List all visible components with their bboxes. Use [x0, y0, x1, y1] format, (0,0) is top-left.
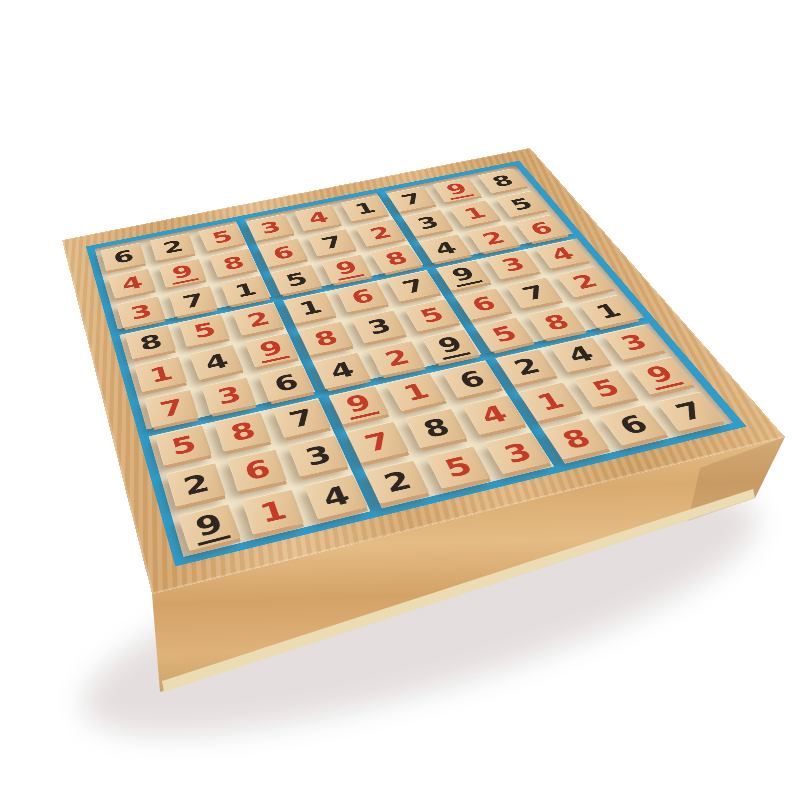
tile-digit: 3	[215, 383, 245, 408]
tile-digit: 4	[202, 350, 232, 373]
tile-digit: 1	[461, 205, 490, 223]
tile-r9c5[interactable]: 5	[425, 446, 490, 489]
tile-digit: 9	[441, 180, 475, 200]
tile-digit: 6	[270, 243, 297, 262]
tile-digit: 5	[416, 304, 447, 326]
tile-digit: 5	[209, 228, 235, 246]
tile-digit: 3	[364, 316, 394, 338]
tile-digit: 3	[498, 255, 529, 275]
tile-r5c2[interactable]: 4	[189, 344, 244, 380]
tile-digit: 5	[488, 323, 522, 346]
tile-r2c9[interactable]: 5	[495, 191, 547, 217]
tile-digit: 7	[519, 283, 551, 304]
tile-r8c1[interactable]: 2	[166, 463, 226, 507]
tile-digit: 1	[147, 362, 175, 386]
tile-digit: 1	[232, 280, 259, 300]
tile-digit: 2	[479, 229, 509, 247]
tile-digit: 4	[476, 402, 512, 428]
tile-digit: 4	[305, 209, 331, 226]
tile-r9c9[interactable]: 7	[656, 391, 724, 431]
tile-digit: 8	[228, 418, 259, 444]
tile-r1c2[interactable]: 2	[150, 233, 196, 261]
tile-digit: 6	[112, 248, 136, 267]
tile-digit: 7	[671, 398, 710, 424]
tile-digit: 2	[180, 470, 212, 499]
tile-digit: 9	[339, 390, 379, 420]
tile-r9c1[interactable]: 9	[178, 503, 241, 551]
tile-digit: 1	[297, 298, 326, 319]
tile-digit: 2	[510, 355, 544, 379]
tile-r2c8[interactable]: 1	[449, 200, 501, 227]
tile-digit: 8	[220, 253, 246, 272]
tile-digit: 6	[348, 287, 377, 308]
tile-digit: 7	[398, 191, 425, 208]
tile-digit: 5	[168, 432, 199, 459]
tile-digit: 7	[361, 428, 395, 455]
tile-r8c5[interactable]: 8	[405, 408, 467, 448]
tile-digit: 8	[557, 425, 595, 452]
tile-digit: 1	[352, 200, 379, 217]
tile-digit: 5	[440, 453, 476, 481]
tile-digit: 1	[592, 300, 626, 322]
tile-r1c8[interactable]: 9	[433, 177, 482, 202]
tile-r2c5[interactable]: 7	[307, 229, 357, 257]
tile-digit: 4	[431, 239, 460, 258]
tile-digit: 2	[244, 309, 272, 330]
tile-digit: 4	[547, 245, 578, 264]
tile-digit: 9	[189, 509, 231, 546]
tile-digit: 7	[158, 396, 187, 421]
tile-digit: 5	[588, 376, 625, 401]
tile-digit: 4	[319, 482, 354, 512]
tile-r1c1[interactable]: 6	[101, 243, 147, 271]
tile-r5c5[interactable]: 3	[351, 310, 407, 343]
tile-r2c1[interactable]: 4	[108, 268, 157, 299]
tile-digit: 7	[181, 291, 207, 312]
tile-digit: 3	[616, 331, 652, 354]
tile-digit: 5	[191, 320, 218, 342]
tile-r8c8[interactable]: 5	[574, 369, 639, 407]
tile-digit: 9	[254, 337, 290, 364]
tile-digit: 3	[302, 442, 335, 470]
tile-digit: 9	[638, 361, 684, 390]
tile-digit: 9	[168, 262, 200, 285]
tile-digit: 6	[455, 367, 489, 391]
tile-digit: 5	[507, 195, 536, 212]
tile-digit: 7	[399, 276, 429, 296]
tile-digit: 6	[526, 219, 556, 237]
tile-r5c9[interactable]: 2	[555, 266, 614, 298]
tile-digit: 3	[499, 439, 536, 467]
product-photo-scene: 6253417984986723153715984268521679341498…	[0, 0, 800, 800]
tile-digit: 8	[419, 415, 453, 442]
tile-r9c8[interactable]: 6	[599, 404, 667, 445]
tile-digit: 4	[563, 343, 598, 366]
tile-r5c8[interactable]: 7	[506, 277, 563, 309]
tile-r5c1[interactable]: 1	[134, 356, 187, 392]
tile-digit: 2	[367, 224, 395, 242]
tile-r1c9[interactable]: 8	[477, 168, 527, 193]
tile-r1c4[interactable]: 3	[246, 214, 294, 241]
tile-r9c2[interactable]: 1	[242, 489, 305, 535]
tile-r8c2[interactable]: 6	[228, 449, 288, 492]
tile-digit: 1	[533, 389, 569, 415]
tile-digit: 2	[161, 238, 186, 256]
tile-digit: 8	[382, 249, 411, 268]
tile-digit: 6	[271, 371, 302, 395]
tile-digit: 3	[258, 219, 284, 237]
tile-digit: 7	[319, 234, 346, 252]
tile-r2c4[interactable]: 6	[258, 238, 308, 267]
tile-digit: 2	[381, 347, 413, 370]
tile-digit: 9	[445, 264, 482, 288]
tile-digit: 2	[380, 467, 416, 496]
tile-digit: 4	[119, 274, 145, 294]
tile-digit: 8	[137, 331, 164, 353]
tile-r1c5[interactable]: 4	[294, 205, 342, 232]
tile-digit: 6	[614, 411, 653, 438]
tile-digit: 8	[311, 327, 341, 349]
tile-digit: 9	[432, 333, 472, 360]
tile-digit: 9	[330, 258, 364, 281]
tile-digit: 5	[283, 270, 311, 290]
tile-digit: 8	[489, 173, 517, 189]
tile-digit: 2	[568, 272, 601, 293]
tile-digit: 1	[257, 497, 291, 527]
tile-r2c2[interactable]: 9	[159, 258, 207, 288]
tile-digit: 6	[468, 293, 500, 314]
tile-digit: 4	[327, 359, 358, 383]
tile-digit: 7	[286, 405, 318, 431]
tile-r8c9[interactable]: 9	[628, 357, 694, 395]
tile-digit: 6	[242, 456, 274, 484]
tile-digit: 8	[540, 312, 573, 334]
tile-digit: 3	[414, 214, 442, 232]
tile-digit: 3	[128, 302, 154, 323]
tile-digit: 1	[399, 380, 433, 405]
